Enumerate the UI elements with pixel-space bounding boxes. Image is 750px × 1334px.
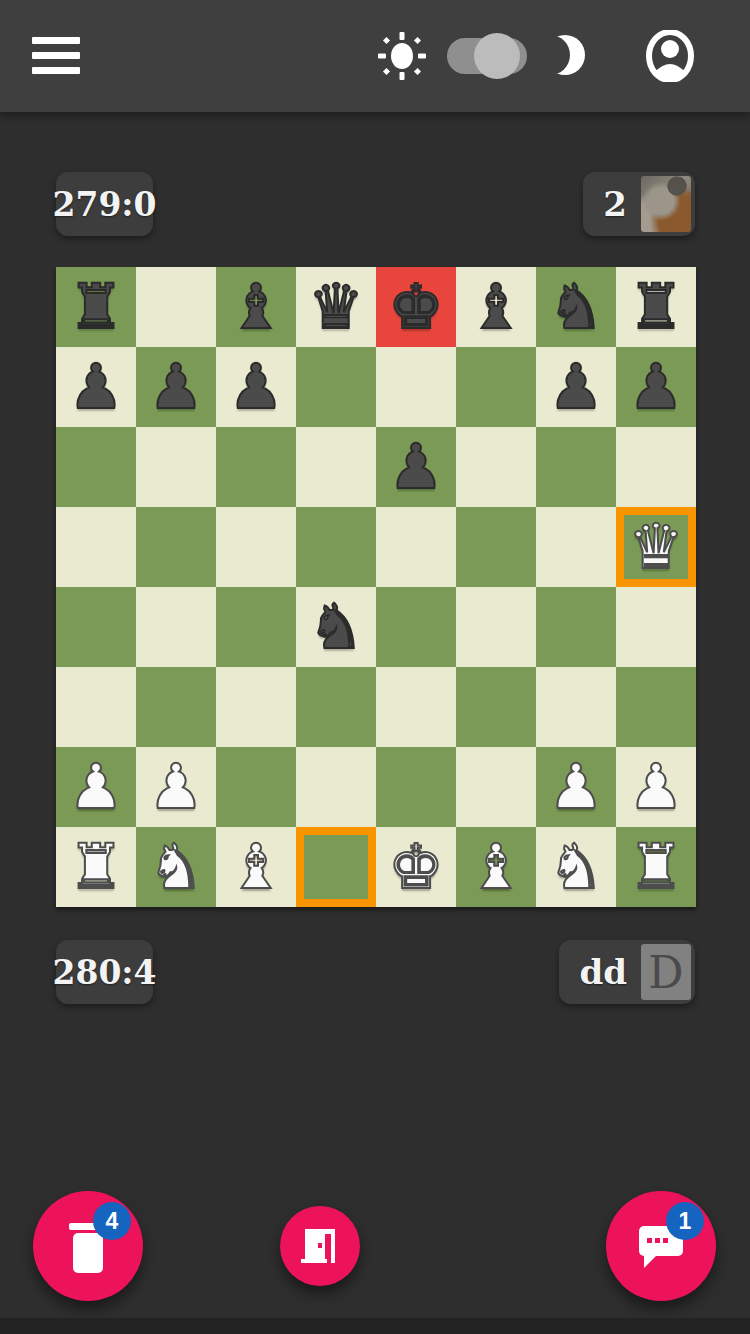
square-h7[interactable]: ♟ <box>616 347 696 427</box>
trash-count-badge: 4 <box>93 1202 131 1240</box>
square-e1[interactable]: ♚ <box>376 827 456 907</box>
white-knight-b1: ♞ <box>148 827 204 907</box>
square-g3[interactable] <box>536 667 616 747</box>
door-icon <box>299 1225 341 1267</box>
square-h1[interactable]: ♜ <box>616 827 696 907</box>
square-d8[interactable]: ♛ <box>296 267 376 347</box>
theme-toggle-switch[interactable] <box>447 38 527 74</box>
square-a2[interactable]: ♟ <box>56 747 136 827</box>
black-knight-d4: ♞ <box>308 587 364 667</box>
opponent-avatar <box>641 176 691 232</box>
chess-board: ♜♝♛♚♝♞♜♟♟♟♟♟♟♛♞♟♟♟♟♜♞♝♚♝♞♜ <box>56 267 696 907</box>
white-bishop-f1: ♝ <box>468 827 524 907</box>
black-pawn-e6: ♟ <box>388 427 444 507</box>
square-g7[interactable]: ♟ <box>536 347 616 427</box>
square-a6[interactable] <box>56 427 136 507</box>
opponent-clock: 279:0 <box>56 172 153 236</box>
square-d7[interactable] <box>296 347 376 427</box>
white-rook-h1: ♜ <box>628 827 684 907</box>
player-name: dd <box>579 952 627 992</box>
square-f2[interactable] <box>456 747 536 827</box>
player-clock: 280:4 <box>56 940 153 1004</box>
square-d1[interactable] <box>296 827 376 907</box>
toggle-thumb <box>474 33 520 79</box>
black-rook-a8: ♜ <box>68 267 124 347</box>
exit-door-button[interactable] <box>280 1206 360 1286</box>
player-badge: dd D <box>559 940 695 1004</box>
account-button[interactable] <box>645 30 695 82</box>
square-d4[interactable]: ♞ <box>296 587 376 667</box>
chat-count-badge: 1 <box>666 1202 704 1240</box>
black-pawn-h7: ♟ <box>628 347 684 427</box>
white-pawn-g2: ♟ <box>548 747 604 827</box>
square-d3[interactable] <box>296 667 376 747</box>
square-f6[interactable] <box>456 427 536 507</box>
menu-button[interactable] <box>32 37 80 75</box>
person-icon <box>645 30 695 82</box>
white-knight-g1: ♞ <box>548 827 604 907</box>
resign-trash-button[interactable] <box>33 1191 143 1301</box>
opponent-name: 2 <box>603 184 627 224</box>
white-pawn-h2: ♟ <box>628 747 684 827</box>
hamburger-icon <box>32 37 80 44</box>
square-b8[interactable] <box>136 267 216 347</box>
square-e5[interactable] <box>376 507 456 587</box>
square-e8[interactable]: ♚ <box>376 267 456 347</box>
white-pawn-b2: ♟ <box>148 747 204 827</box>
black-pawn-b7: ♟ <box>148 347 204 427</box>
opponent-badge: 2 <box>583 172 695 236</box>
white-bishop-c1: ♝ <box>228 827 284 907</box>
square-g1[interactable]: ♞ <box>536 827 616 907</box>
top-app-bar <box>0 0 750 112</box>
square-e3[interactable] <box>376 667 456 747</box>
square-c4[interactable] <box>216 587 296 667</box>
black-queen-d8: ♛ <box>308 267 364 347</box>
square-e7[interactable] <box>376 347 456 427</box>
square-c7[interactable]: ♟ <box>216 347 296 427</box>
square-f5[interactable] <box>456 507 536 587</box>
square-c2[interactable] <box>216 747 296 827</box>
square-a7[interactable]: ♟ <box>56 347 136 427</box>
square-f7[interactable] <box>456 347 536 427</box>
white-rook-a1: ♜ <box>68 827 124 907</box>
square-d2[interactable] <box>296 747 376 827</box>
square-a3[interactable] <box>56 667 136 747</box>
square-h2[interactable]: ♟ <box>616 747 696 827</box>
square-f3[interactable] <box>456 667 536 747</box>
square-h4[interactable] <box>616 587 696 667</box>
square-f1[interactable]: ♝ <box>456 827 536 907</box>
square-b5[interactable] <box>136 507 216 587</box>
square-g2[interactable]: ♟ <box>536 747 616 827</box>
square-c8[interactable]: ♝ <box>216 267 296 347</box>
square-b4[interactable] <box>136 587 216 667</box>
square-d5[interactable] <box>296 507 376 587</box>
sun-icon <box>378 32 426 80</box>
black-king-e8: ♚ <box>388 267 444 347</box>
square-b7[interactable]: ♟ <box>136 347 216 427</box>
square-a4[interactable] <box>56 587 136 667</box>
black-rook-h8: ♜ <box>628 267 684 347</box>
square-e4[interactable] <box>376 587 456 667</box>
square-a5[interactable] <box>56 507 136 587</box>
square-e6[interactable]: ♟ <box>376 427 456 507</box>
black-pawn-a7: ♟ <box>68 347 124 427</box>
bottom-system-strip <box>0 1318 750 1334</box>
square-c6[interactable] <box>216 427 296 507</box>
square-d6[interactable] <box>296 427 376 507</box>
square-b3[interactable] <box>136 667 216 747</box>
square-b2[interactable]: ♟ <box>136 747 216 827</box>
square-c3[interactable] <box>216 667 296 747</box>
square-c1[interactable]: ♝ <box>216 827 296 907</box>
square-e2[interactable] <box>376 747 456 827</box>
black-pawn-g7: ♟ <box>548 347 604 427</box>
black-bishop-f8: ♝ <box>468 267 524 347</box>
black-knight-g8: ♞ <box>548 267 604 347</box>
app-screen: 279:0 2 ♜♝♛♚♝♞♜♟♟♟♟♟♟♛♞♟♟♟♟♜♞♝♚♝♞♜ 280:4… <box>0 0 750 1334</box>
moon-icon <box>545 35 587 77</box>
square-f8[interactable]: ♝ <box>456 267 536 347</box>
square-b1[interactable]: ♞ <box>136 827 216 907</box>
square-g4[interactable] <box>536 587 616 667</box>
square-g5[interactable] <box>536 507 616 587</box>
square-c5[interactable] <box>216 507 296 587</box>
square-h8[interactable]: ♜ <box>616 267 696 347</box>
square-a8[interactable]: ♜ <box>56 267 136 347</box>
square-b6[interactable] <box>136 427 216 507</box>
square-h6[interactable] <box>616 427 696 507</box>
white-king-e1: ♚ <box>388 827 444 907</box>
chat-button[interactable] <box>606 1191 716 1301</box>
white-pawn-a2: ♟ <box>68 747 124 827</box>
black-pawn-c7: ♟ <box>228 347 284 427</box>
player-avatar: D <box>641 944 691 1000</box>
square-a1[interactable]: ♜ <box>56 827 136 907</box>
square-f4[interactable] <box>456 587 536 667</box>
square-h3[interactable] <box>616 667 696 747</box>
square-g6[interactable] <box>536 427 616 507</box>
square-h5[interactable]: ♛ <box>616 507 696 587</box>
white-queen-h5: ♛ <box>628 507 684 587</box>
black-bishop-c8: ♝ <box>228 267 284 347</box>
square-g8[interactable]: ♞ <box>536 267 616 347</box>
